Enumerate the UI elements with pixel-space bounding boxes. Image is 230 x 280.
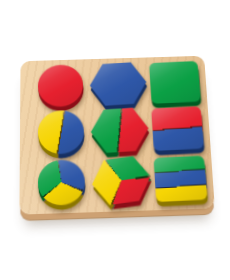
piece-face <box>151 106 204 151</box>
puzzle-slot-r1c2 <box>88 63 148 108</box>
piece-halves-vertical-hexagon <box>90 106 151 155</box>
piece-thirds-horizontal-square <box>153 156 207 202</box>
puzzle-slot-r1c1 <box>34 65 87 110</box>
piece-halves-horizontal-square <box>151 106 204 151</box>
piece-whole-square <box>149 61 201 104</box>
piece-thirds-rhombi-hexagon <box>89 153 154 208</box>
puzzle-board <box>19 56 214 215</box>
puzzle-slot-r3c1 <box>34 158 90 211</box>
puzzle-slot-r3c3 <box>153 154 209 207</box>
piece-whole-circle <box>38 64 84 108</box>
product-photo <box>0 0 230 280</box>
piece-face <box>153 156 207 202</box>
piece-face <box>89 60 149 107</box>
puzzle-slot-r1c3 <box>148 61 201 106</box>
board-grid <box>19 56 214 215</box>
puzzle-slot-r2c3 <box>151 107 205 154</box>
piece-face <box>90 106 151 155</box>
puzzle-slot-r3c2 <box>90 156 153 209</box>
piece-face <box>149 61 201 104</box>
piece-face <box>89 153 154 208</box>
puzzle-slot-r2c1 <box>34 110 88 157</box>
piece-halves-vertical-circle <box>38 110 84 154</box>
piece-thirds-pie-circle <box>38 160 85 206</box>
puzzle-slot-r2c2 <box>89 109 150 156</box>
piece-whole-hexagon <box>89 60 149 107</box>
